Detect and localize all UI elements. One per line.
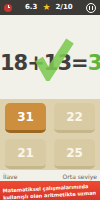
- operand-2: 13: [44, 51, 71, 75]
- answer-options-panel: 31 22 21 25: [0, 99, 100, 170]
- top-bar: 6.3 ★ 2/10: [0, 0, 100, 15]
- math-game-screen: 6.3 ★ 2/10 18+13=31 31 22 21 25 İlave Or…: [0, 0, 100, 200]
- equation: 18+13=31: [0, 51, 100, 75]
- answer-option-4[interactable]: 25: [54, 139, 95, 169]
- mode-label: İlave: [3, 173, 17, 180]
- equation-area: 18+13=31: [0, 15, 100, 99]
- operator-plus: +: [27, 51, 44, 75]
- answer-option-2[interactable]: 22: [54, 103, 95, 133]
- meta-row: İlave Orta seviye: [0, 171, 100, 181]
- timer-value: 6.3: [25, 4, 37, 11]
- equation-result: 31: [88, 51, 100, 75]
- ad-banner[interactable]: Matematiksel çalışmalarınızda kullanışlı…: [0, 181, 100, 200]
- star-icon: ★: [42, 3, 50, 12]
- clock-icon: [4, 4, 12, 12]
- score-value: 2/10: [55, 4, 72, 11]
- equals-sign: =: [71, 51, 88, 75]
- pause-icon: [89, 6, 91, 10]
- answer-option-3[interactable]: 21: [5, 139, 46, 169]
- answer-option-1[interactable]: 31: [5, 103, 46, 133]
- operand-1: 18: [0, 51, 27, 75]
- pause-button[interactable]: [86, 3, 96, 13]
- ad-text: Matematiksel çalışmalarınızda kullanışlı…: [3, 183, 100, 200]
- level-label: Orta seviye: [63, 173, 97, 180]
